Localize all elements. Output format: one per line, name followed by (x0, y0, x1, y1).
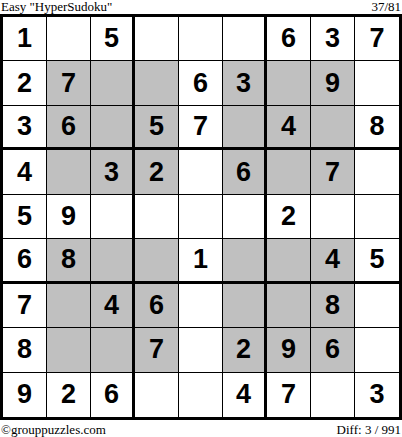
cell-r7c7-shaded[interactable] (267, 284, 311, 328)
cell-r7c1: 7 (3, 284, 47, 328)
cell-r2c8-shaded: 9 (311, 61, 355, 105)
cell-r3c9: 8 (355, 106, 399, 150)
cell-r2c6-shaded: 3 (223, 61, 267, 105)
cell-r3c1: 3 (3, 106, 47, 150)
cell-r2c4-shaded[interactable] (135, 61, 179, 105)
cell-r7c5[interactable] (179, 284, 223, 328)
cell-r4c1: 4 (3, 150, 47, 194)
cell-r5c3[interactable] (91, 195, 135, 239)
cell-r2c7-shaded[interactable] (267, 61, 311, 105)
cell-r9c2: 2 (47, 373, 91, 417)
cell-r3c4-shaded: 5 (135, 106, 179, 150)
cell-r4c5[interactable] (179, 150, 223, 194)
header: Easy "HyperSudoku" 37/81 (0, 0, 402, 14)
cell-r8c3-shaded[interactable] (91, 328, 135, 372)
cell-r6c7-shaded[interactable] (267, 239, 311, 283)
cell-r8c1: 8 (3, 328, 47, 372)
cell-r6c6-shaded[interactable] (223, 239, 267, 283)
cell-r9c3: 6 (91, 373, 135, 417)
cell-r8c4-shaded: 7 (135, 328, 179, 372)
cell-r8c8-shaded: 6 (311, 328, 355, 372)
cell-r7c4-shaded: 6 (135, 284, 179, 328)
cell-r9c6: 4 (223, 373, 267, 417)
cell-r4c6-shaded: 6 (223, 150, 267, 194)
cell-r5c4[interactable] (135, 195, 179, 239)
cell-r1c8: 3 (311, 17, 355, 61)
difficulty-text: Diff: 3 / 991 (337, 423, 402, 437)
cell-r4c8-shaded: 7 (311, 150, 355, 194)
cell-r2c9[interactable] (355, 61, 399, 105)
cell-r1c9: 7 (355, 17, 399, 61)
cell-r6c1: 6 (3, 239, 47, 283)
cell-r7c9[interactable] (355, 284, 399, 328)
cell-r8c5[interactable] (179, 328, 223, 372)
cell-r4c2-shaded[interactable] (47, 150, 91, 194)
cell-r6c8-shaded: 4 (311, 239, 355, 283)
cell-r6c3-shaded[interactable] (91, 239, 135, 283)
cell-r7c3-shaded: 4 (91, 284, 135, 328)
cell-r1c6[interactable] (223, 17, 267, 61)
cell-r1c1: 1 (3, 17, 47, 61)
cell-r4c4-shaded: 2 (135, 150, 179, 194)
cell-r4c3-shaded: 3 (91, 150, 135, 194)
remaining-counter: 37/81 (371, 0, 402, 13)
cell-r6c9: 5 (355, 239, 399, 283)
puzzle-page: Easy "HyperSudoku" 37/81 156372763936574… (0, 0, 402, 437)
cell-r9c1: 9 (3, 373, 47, 417)
copyright-text: ©grouppuzzles.com (0, 423, 106, 437)
cell-r8c9[interactable] (355, 328, 399, 372)
cell-r3c8-shaded[interactable] (311, 106, 355, 150)
cell-r5c1: 5 (3, 195, 47, 239)
cell-r1c7: 6 (267, 17, 311, 61)
cell-r6c4-shaded[interactable] (135, 239, 179, 283)
cell-r1c2[interactable] (47, 17, 91, 61)
cell-r4c7-shaded[interactable] (267, 150, 311, 194)
cell-r1c3: 5 (91, 17, 135, 61)
cell-r9c4[interactable] (135, 373, 179, 417)
cell-r9c9: 3 (355, 373, 399, 417)
cell-r9c5[interactable] (179, 373, 223, 417)
cell-r3c5: 7 (179, 106, 223, 150)
cell-r3c6-shaded[interactable] (223, 106, 267, 150)
cell-r9c7: 7 (267, 373, 311, 417)
puzzle-title: Easy "HyperSudoku" (0, 0, 112, 13)
sudoku-board: 1563727639365748432675926814574688729692… (0, 14, 402, 420)
cell-r8c7-shaded: 9 (267, 328, 311, 372)
cell-r5c5[interactable] (179, 195, 223, 239)
cell-r2c2-shaded: 7 (47, 61, 91, 105)
cell-r2c3-shaded[interactable] (91, 61, 135, 105)
cell-r2c5: 6 (179, 61, 223, 105)
cell-r8c6-shaded: 2 (223, 328, 267, 372)
cell-r3c7-shaded: 4 (267, 106, 311, 150)
cell-r5c9[interactable] (355, 195, 399, 239)
cell-r9c8[interactable] (311, 373, 355, 417)
cell-r6c5: 1 (179, 239, 223, 283)
cell-r6c2-shaded: 8 (47, 239, 91, 283)
cell-r4c9[interactable] (355, 150, 399, 194)
cell-r3c3-shaded[interactable] (91, 106, 135, 150)
cell-r5c6[interactable] (223, 195, 267, 239)
cell-r5c8[interactable] (311, 195, 355, 239)
cell-r7c2-shaded[interactable] (47, 284, 91, 328)
cell-r1c5[interactable] (179, 17, 223, 61)
cell-r3c2-shaded: 6 (47, 106, 91, 150)
cell-r7c8-shaded: 8 (311, 284, 355, 328)
cell-r7c6-shaded[interactable] (223, 284, 267, 328)
cell-r5c2: 9 (47, 195, 91, 239)
footer: ©grouppuzzles.com Diff: 3 / 991 (0, 421, 402, 437)
cell-r2c1: 2 (3, 61, 47, 105)
cell-r1c4[interactable] (135, 17, 179, 61)
cell-r5c7: 2 (267, 195, 311, 239)
cell-r8c2-shaded[interactable] (47, 328, 91, 372)
